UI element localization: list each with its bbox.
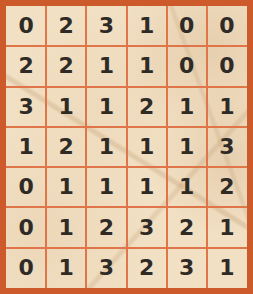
puzzle-board: 0231002211003112111211130111120123210132…	[0, 0, 253, 294]
grid-cell-r7c4[interactable]: 2	[127, 248, 167, 288]
grid-cell-r7c3[interactable]: 3	[86, 248, 126, 288]
grid-cell-r6c6[interactable]: 1	[207, 207, 247, 247]
grid-cell-r1c1[interactable]: 0	[6, 6, 46, 46]
grid-cell-r7c6[interactable]: 1	[207, 248, 247, 288]
grid-cell-r6c2[interactable]: 1	[46, 207, 86, 247]
grid-cell-r2c2[interactable]: 2	[46, 46, 86, 86]
grid-cell-r3c2[interactable]: 1	[46, 87, 86, 127]
parchment-background: 0231002211003112111211130111120123210132…	[6, 6, 247, 288]
grid-cell-r5c3[interactable]: 1	[86, 167, 126, 207]
grid-cell-r3c4[interactable]: 2	[127, 87, 167, 127]
grid-cell-r7c5[interactable]: 3	[167, 248, 207, 288]
grid-cell-r5c2[interactable]: 1	[46, 167, 86, 207]
grid-cell-r6c3[interactable]: 2	[86, 207, 126, 247]
grid-cell-r4c2[interactable]: 2	[46, 127, 86, 167]
grid-cell-r7c2[interactable]: 1	[46, 248, 86, 288]
grid-cell-r2c5[interactable]: 0	[167, 46, 207, 86]
grid-cell-r6c5[interactable]: 2	[167, 207, 207, 247]
grid-cell-r5c4[interactable]: 1	[127, 167, 167, 207]
grid-cell-r1c5[interactable]: 0	[167, 6, 207, 46]
grid-cell-r6c1[interactable]: 0	[6, 207, 46, 247]
grid-cell-r4c6[interactable]: 3	[207, 127, 247, 167]
grid-cell-r4c1[interactable]: 1	[6, 127, 46, 167]
grid-cell-r7c1[interactable]: 0	[6, 248, 46, 288]
grid-cell-r3c5[interactable]: 1	[167, 87, 207, 127]
grid-cell-r5c1[interactable]: 0	[6, 167, 46, 207]
grid-cell-r5c6[interactable]: 2	[207, 167, 247, 207]
grid-cell-r4c4[interactable]: 1	[127, 127, 167, 167]
grid-cell-r2c6[interactable]: 0	[207, 46, 247, 86]
grid-cell-r1c3[interactable]: 3	[86, 6, 126, 46]
number-grid: 0231002211003112111211130111120123210132…	[6, 6, 247, 288]
grid-cell-r1c4[interactable]: 1	[127, 6, 167, 46]
grid-cell-r3c1[interactable]: 3	[6, 87, 46, 127]
grid-cell-r3c3[interactable]: 1	[86, 87, 126, 127]
grid-cell-r2c1[interactable]: 2	[6, 46, 46, 86]
grid-cell-r4c3[interactable]: 1	[86, 127, 126, 167]
grid-cell-r6c4[interactable]: 3	[127, 207, 167, 247]
grid-cell-r1c6[interactable]: 0	[207, 6, 247, 46]
grid-cell-r1c2[interactable]: 2	[46, 6, 86, 46]
grid-cell-r2c4[interactable]: 1	[127, 46, 167, 86]
grid-cell-r5c5[interactable]: 1	[167, 167, 207, 207]
grid-cell-r3c6[interactable]: 1	[207, 87, 247, 127]
grid-cell-r4c5[interactable]: 1	[167, 127, 207, 167]
grid-cell-r2c3[interactable]: 1	[86, 46, 126, 86]
